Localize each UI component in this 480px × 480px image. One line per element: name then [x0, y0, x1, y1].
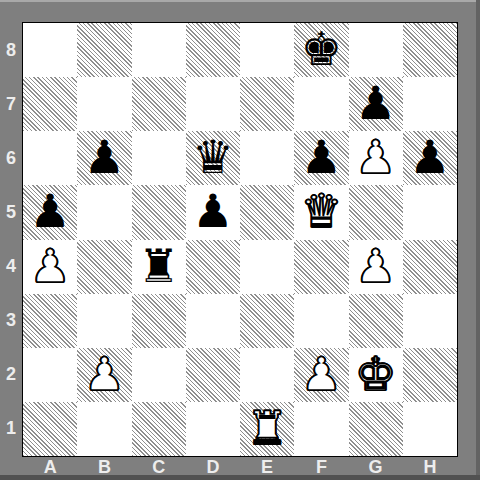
square-f3[interactable] [294, 294, 348, 348]
chess-board-frame: 87654321 ♚♟♟♛♟♟♟♟♟♛♟♜♟♟♟♚♜ ABCDEFGH [0, 0, 480, 480]
frame-bevel-top [0, 0, 480, 2]
square-e8[interactable] [240, 23, 294, 77]
square-h4[interactable] [403, 240, 457, 294]
square-b3[interactable] [77, 294, 131, 348]
square-f2[interactable]: ♟ [294, 348, 348, 402]
piece-black-rook[interactable]: ♜ [138, 243, 179, 289]
square-a1[interactable] [23, 402, 77, 456]
piece-white-queen[interactable]: ♛ [301, 188, 342, 234]
square-a6[interactable] [23, 131, 77, 185]
piece-white-pawn[interactable]: ♟ [355, 243, 396, 289]
piece-black-pawn[interactable]: ♟ [409, 134, 450, 180]
square-a8[interactable] [23, 23, 77, 77]
file-labels: ABCDEFGH [23, 457, 457, 477]
square-h5[interactable] [403, 185, 457, 239]
rank-label-5: 5 [0, 185, 22, 239]
square-d7[interactable] [186, 77, 240, 131]
square-e7[interactable] [240, 77, 294, 131]
square-d1[interactable] [186, 402, 240, 456]
square-c4[interactable]: ♜ [132, 240, 186, 294]
rank-label-6: 6 [0, 131, 22, 185]
piece-black-pawn[interactable]: ♟ [355, 80, 396, 126]
rank-label-8: 8 [0, 23, 22, 77]
square-g4[interactable]: ♟ [349, 240, 403, 294]
square-d3[interactable] [186, 294, 240, 348]
square-d8[interactable] [186, 23, 240, 77]
rank-label-1: 1 [0, 402, 22, 456]
square-e4[interactable] [240, 240, 294, 294]
file-label-a: A [23, 457, 77, 477]
piece-black-queen[interactable]: ♛ [192, 134, 233, 180]
square-c5[interactable] [132, 185, 186, 239]
square-h8[interactable] [403, 23, 457, 77]
piece-black-pawn[interactable]: ♟ [301, 134, 342, 180]
file-label-f: F [294, 457, 348, 477]
square-f5[interactable]: ♛ [294, 185, 348, 239]
square-e1[interactable]: ♜ [240, 402, 294, 456]
square-b7[interactable] [77, 77, 131, 131]
square-f4[interactable] [294, 240, 348, 294]
square-h1[interactable] [403, 402, 457, 456]
rank-label-2: 2 [0, 348, 22, 402]
square-h3[interactable] [403, 294, 457, 348]
piece-white-king[interactable]: ♚ [355, 351, 396, 397]
square-c1[interactable] [132, 402, 186, 456]
square-f1[interactable] [294, 402, 348, 456]
square-c6[interactable] [132, 131, 186, 185]
piece-white-rook[interactable]: ♜ [247, 405, 288, 451]
square-h2[interactable] [403, 348, 457, 402]
square-h6[interactable]: ♟ [403, 131, 457, 185]
square-d2[interactable] [186, 348, 240, 402]
square-d5[interactable]: ♟ [186, 185, 240, 239]
piece-white-pawn[interactable]: ♟ [84, 351, 125, 397]
square-c3[interactable] [132, 294, 186, 348]
piece-black-king[interactable]: ♚ [301, 26, 342, 72]
square-c8[interactable] [132, 23, 186, 77]
piece-black-pawn[interactable]: ♟ [192, 188, 233, 234]
square-f6[interactable]: ♟ [294, 131, 348, 185]
square-g2[interactable]: ♚ [349, 348, 403, 402]
square-a7[interactable] [23, 77, 77, 131]
square-d4[interactable] [186, 240, 240, 294]
square-b2[interactable]: ♟ [77, 348, 131, 402]
square-g5[interactable] [349, 185, 403, 239]
file-label-d: D [186, 457, 240, 477]
file-label-b: B [77, 457, 131, 477]
square-a2[interactable] [23, 348, 77, 402]
rank-label-4: 4 [0, 240, 22, 294]
piece-white-pawn[interactable]: ♟ [301, 351, 342, 397]
board: ♚♟♟♛♟♟♟♟♟♛♟♜♟♟♟♚♜ [22, 22, 458, 457]
square-b1[interactable] [77, 402, 131, 456]
square-b5[interactable] [77, 185, 131, 239]
square-e6[interactable] [240, 131, 294, 185]
square-g7[interactable]: ♟ [349, 77, 403, 131]
square-d6[interactable]: ♛ [186, 131, 240, 185]
square-b6[interactable]: ♟ [77, 131, 131, 185]
file-label-g: G [349, 457, 403, 477]
piece-black-pawn[interactable]: ♟ [30, 188, 71, 234]
piece-black-pawn[interactable]: ♟ [84, 134, 125, 180]
square-b4[interactable] [77, 240, 131, 294]
square-a4[interactable]: ♟ [23, 240, 77, 294]
square-b8[interactable] [77, 23, 131, 77]
square-a5[interactable]: ♟ [23, 185, 77, 239]
square-h7[interactable] [403, 77, 457, 131]
square-g8[interactable] [349, 23, 403, 77]
square-g6[interactable]: ♟ [349, 131, 403, 185]
square-e2[interactable] [240, 348, 294, 402]
rank-label-7: 7 [0, 77, 22, 131]
file-label-e: E [240, 457, 294, 477]
piece-white-pawn[interactable]: ♟ [30, 243, 71, 289]
square-f8[interactable]: ♚ [294, 23, 348, 77]
square-c2[interactable] [132, 348, 186, 402]
rank-label-3: 3 [0, 294, 22, 348]
square-e5[interactable] [240, 185, 294, 239]
rank-labels: 87654321 [0, 23, 22, 456]
square-g1[interactable] [349, 402, 403, 456]
square-e3[interactable] [240, 294, 294, 348]
file-label-h: H [403, 457, 457, 477]
square-f7[interactable] [294, 77, 348, 131]
piece-white-pawn[interactable]: ♟ [355, 134, 396, 180]
square-c7[interactable] [132, 77, 186, 131]
frame-bevel-right [476, 0, 480, 480]
square-g3[interactable] [349, 294, 403, 348]
file-label-c: C [132, 457, 186, 477]
square-a3[interactable] [23, 294, 77, 348]
